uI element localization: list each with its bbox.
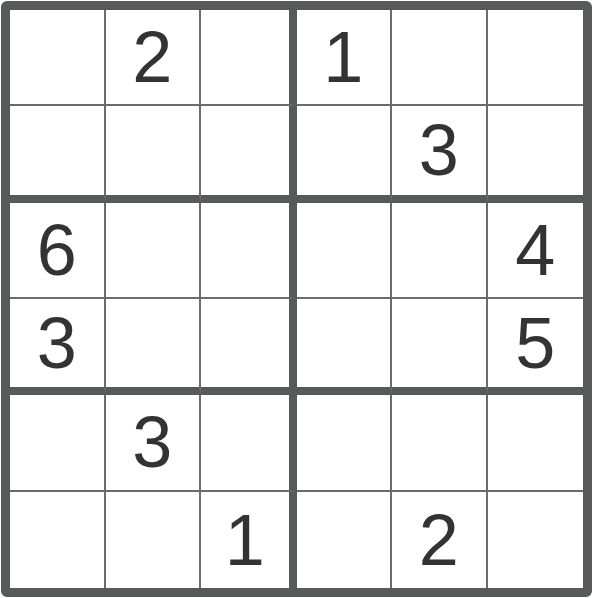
cell-r1c1-empty[interactable] [10, 10, 106, 106]
cell-r1c2-given[interactable]: 2 [106, 10, 202, 106]
cell-r4c2-empty[interactable] [106, 299, 202, 395]
cell-r3c3-empty[interactable] [201, 203, 297, 299]
cell-r4c3-empty[interactable] [201, 299, 297, 395]
cell-r4c5-empty[interactable] [392, 299, 488, 395]
cell-r4c1-given[interactable]: 3 [10, 299, 106, 395]
cell-r5c5-empty[interactable] [392, 395, 488, 491]
cell-r2c5-given[interactable]: 3 [392, 106, 488, 202]
cell-r6c4-empty[interactable] [297, 492, 393, 588]
cell-r3c4-empty[interactable] [297, 203, 393, 299]
cell-r3c1-given[interactable]: 6 [10, 203, 106, 299]
cell-r4c6-given[interactable]: 5 [488, 299, 584, 395]
cell-r1c6-empty[interactable] [488, 10, 584, 106]
cell-r6c6-empty[interactable] [488, 492, 584, 588]
cell-r1c5-empty[interactable] [392, 10, 488, 106]
cell-r5c3-empty[interactable] [201, 395, 297, 491]
cell-r1c4-given[interactable]: 1 [297, 10, 393, 106]
cell-r6c1-empty[interactable] [10, 492, 106, 588]
cell-r2c1-empty[interactable] [10, 106, 106, 202]
cell-r2c4-empty[interactable] [297, 106, 393, 202]
cell-r5c1-empty[interactable] [10, 395, 106, 491]
sudoku-board: 2136435312 [1, 1, 592, 597]
cell-r5c2-given[interactable]: 3 [106, 395, 202, 491]
cell-r3c6-given[interactable]: 4 [488, 203, 584, 299]
cell-r2c2-empty[interactable] [106, 106, 202, 202]
cell-r6c2-empty[interactable] [106, 492, 202, 588]
cell-r5c6-empty[interactable] [488, 395, 584, 491]
cell-r2c3-empty[interactable] [201, 106, 297, 202]
cell-r3c5-empty[interactable] [392, 203, 488, 299]
cell-r6c5-given[interactable]: 2 [392, 492, 488, 588]
cell-r2c6-empty[interactable] [488, 106, 584, 202]
page: 2136435312 [0, 0, 593, 598]
cell-r4c4-empty[interactable] [297, 299, 393, 395]
cell-r6c3-given[interactable]: 1 [201, 492, 297, 588]
cell-r3c2-empty[interactable] [106, 203, 202, 299]
cell-r5c4-empty[interactable] [297, 395, 393, 491]
cell-r1c3-empty[interactable] [201, 10, 297, 106]
